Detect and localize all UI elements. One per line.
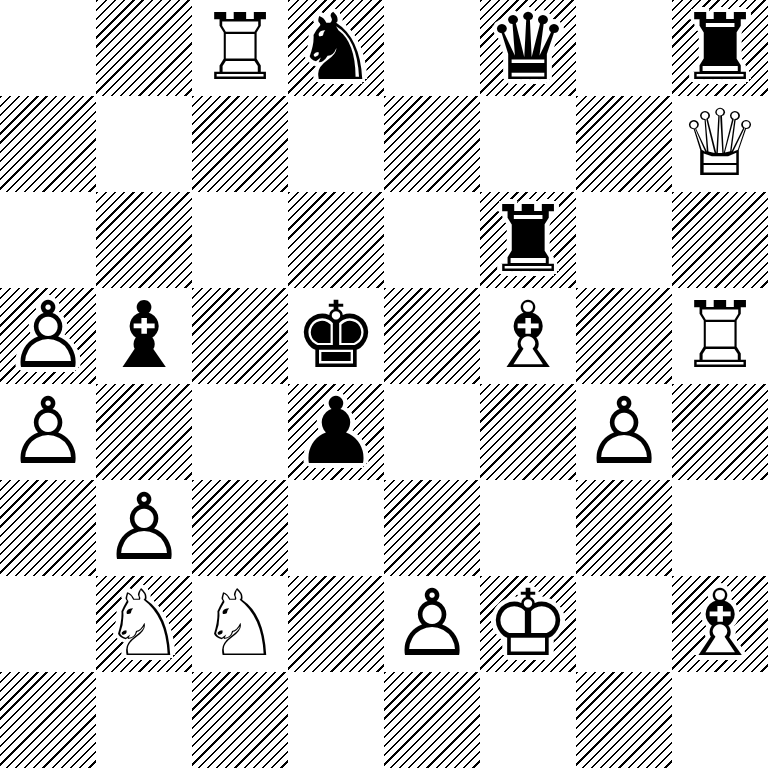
square-a5[interactable]: ♟♙ xyxy=(0,288,96,384)
piece-black-rook-icon: ♜ xyxy=(672,0,768,96)
chess-board: ♜♖♞♞♛♛♜♜♛♕♜♜♟♙♝♝♚♚♝♗♜♖♟♙♟♟♟♙♟♙♞♘♞♘♟♙♚♔♝♗ xyxy=(0,0,768,768)
square-f2[interactable]: ♚♔ xyxy=(480,576,576,672)
square-h1[interactable] xyxy=(672,672,768,768)
piece-white-pawn-icon: ♙ xyxy=(576,384,672,480)
piece-white-bishop-icon: ♗ xyxy=(672,576,768,672)
square-d1[interactable] xyxy=(288,672,384,768)
piece-black-rook-icon: ♜ xyxy=(480,192,576,288)
square-a4[interactable]: ♟♙ xyxy=(0,384,96,480)
piece-white-queen-icon: ♕ xyxy=(672,96,768,192)
square-f7[interactable] xyxy=(480,96,576,192)
piece-black-pawn-icon: ♟ xyxy=(288,384,384,480)
square-h2[interactable]: ♝♗ xyxy=(672,576,768,672)
square-c5[interactable] xyxy=(192,288,288,384)
square-f4[interactable] xyxy=(480,384,576,480)
square-f3[interactable] xyxy=(480,480,576,576)
square-e2[interactable]: ♟♙ xyxy=(384,576,480,672)
piece-white-pawn-icon: ♙ xyxy=(0,288,96,384)
square-h6[interactable] xyxy=(672,192,768,288)
square-c8[interactable]: ♜♖ xyxy=(192,0,288,96)
square-b2[interactable]: ♞♘ xyxy=(96,576,192,672)
square-h5[interactable]: ♜♖ xyxy=(672,288,768,384)
square-g4[interactable]: ♟♙ xyxy=(576,384,672,480)
square-b1[interactable] xyxy=(96,672,192,768)
square-h8[interactable]: ♜♜ xyxy=(672,0,768,96)
square-b5[interactable]: ♝♝ xyxy=(96,288,192,384)
square-g5[interactable] xyxy=(576,288,672,384)
piece-white-pawn-icon: ♙ xyxy=(384,576,480,672)
piece-white-bishop-icon: ♗ xyxy=(480,288,576,384)
square-e5[interactable] xyxy=(384,288,480,384)
square-f8[interactable]: ♛♛ xyxy=(480,0,576,96)
square-d4[interactable]: ♟♟ xyxy=(288,384,384,480)
piece-white-knight-icon: ♘ xyxy=(192,576,288,672)
square-h7[interactable]: ♛♕ xyxy=(672,96,768,192)
piece-white-pawn-icon: ♙ xyxy=(96,480,192,576)
piece-white-king-icon: ♔ xyxy=(480,576,576,672)
piece-black-knight-icon: ♞ xyxy=(288,0,384,96)
square-d6[interactable] xyxy=(288,192,384,288)
square-d2[interactable] xyxy=(288,576,384,672)
piece-white-rook-icon: ♖ xyxy=(192,0,288,96)
square-b4[interactable] xyxy=(96,384,192,480)
square-c6[interactable] xyxy=(192,192,288,288)
square-h4[interactable] xyxy=(672,384,768,480)
square-d5[interactable]: ♚♚ xyxy=(288,288,384,384)
square-g8[interactable] xyxy=(576,0,672,96)
square-h3[interactable] xyxy=(672,480,768,576)
square-f5[interactable]: ♝♗ xyxy=(480,288,576,384)
square-e1[interactable] xyxy=(384,672,480,768)
square-e7[interactable] xyxy=(384,96,480,192)
square-e4[interactable] xyxy=(384,384,480,480)
piece-white-knight-icon: ♘ xyxy=(96,576,192,672)
square-a6[interactable] xyxy=(0,192,96,288)
square-a3[interactable] xyxy=(0,480,96,576)
square-b7[interactable] xyxy=(96,96,192,192)
square-c1[interactable] xyxy=(192,672,288,768)
square-b8[interactable] xyxy=(96,0,192,96)
square-g6[interactable] xyxy=(576,192,672,288)
square-b3[interactable]: ♟♙ xyxy=(96,480,192,576)
square-g3[interactable] xyxy=(576,480,672,576)
piece-white-rook-icon: ♖ xyxy=(672,288,768,384)
square-g1[interactable] xyxy=(576,672,672,768)
square-g2[interactable] xyxy=(576,576,672,672)
square-e3[interactable] xyxy=(384,480,480,576)
square-a1[interactable] xyxy=(0,672,96,768)
square-c7[interactable] xyxy=(192,96,288,192)
piece-black-queen-icon: ♛ xyxy=(480,0,576,96)
square-b6[interactable] xyxy=(96,192,192,288)
square-d8[interactable]: ♞♞ xyxy=(288,0,384,96)
square-d7[interactable] xyxy=(288,96,384,192)
square-g7[interactable] xyxy=(576,96,672,192)
square-f6[interactable]: ♜♜ xyxy=(480,192,576,288)
square-e8[interactable] xyxy=(384,0,480,96)
piece-white-pawn-icon: ♙ xyxy=(0,384,96,480)
square-c4[interactable] xyxy=(192,384,288,480)
piece-black-bishop-icon: ♝ xyxy=(96,288,192,384)
square-a7[interactable] xyxy=(0,96,96,192)
square-a2[interactable] xyxy=(0,576,96,672)
square-c2[interactable]: ♞♘ xyxy=(192,576,288,672)
square-d3[interactable] xyxy=(288,480,384,576)
piece-black-king-icon: ♚ xyxy=(288,288,384,384)
square-e6[interactable] xyxy=(384,192,480,288)
square-a8[interactable] xyxy=(0,0,96,96)
square-c3[interactable] xyxy=(192,480,288,576)
square-f1[interactable] xyxy=(480,672,576,768)
